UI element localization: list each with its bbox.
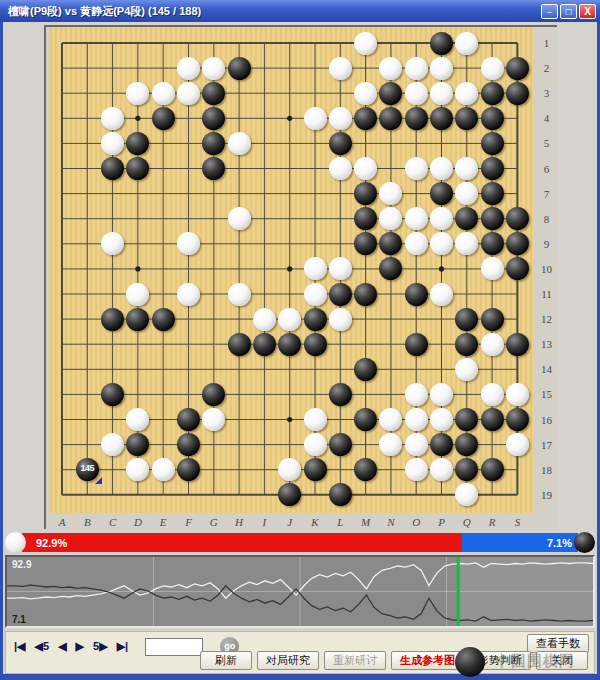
stone-black bbox=[329, 283, 352, 306]
column-label: A bbox=[54, 516, 70, 528]
graph-top-label: 92.9 bbox=[12, 559, 31, 570]
stone-black bbox=[126, 308, 149, 331]
stone-white bbox=[101, 107, 124, 130]
stone-white bbox=[405, 408, 428, 431]
maximize-button[interactable]: □ bbox=[560, 4, 577, 19]
stone-black bbox=[354, 283, 377, 306]
stone-white bbox=[481, 57, 504, 80]
stone-black bbox=[202, 82, 225, 105]
stone-white bbox=[152, 458, 175, 481]
row-label: 13 bbox=[536, 338, 557, 350]
row-label: 18 bbox=[536, 464, 557, 476]
white-stone-icon bbox=[5, 532, 26, 553]
stone-black bbox=[177, 408, 200, 431]
stone-black bbox=[481, 182, 504, 205]
column-label: O bbox=[408, 516, 424, 528]
stone-black bbox=[506, 57, 529, 80]
stone-black bbox=[481, 82, 504, 105]
stone-black bbox=[101, 308, 124, 331]
minimize-button[interactable]: － bbox=[541, 4, 558, 19]
stone-black bbox=[506, 408, 529, 431]
column-label: E bbox=[155, 516, 171, 528]
row-label: 15 bbox=[536, 388, 557, 400]
column-label: Q bbox=[459, 516, 475, 528]
stone-black bbox=[329, 132, 352, 155]
stone-white bbox=[481, 257, 504, 280]
graph-bottom-label: 7.1 bbox=[12, 614, 26, 625]
stone-white bbox=[405, 383, 428, 406]
stone-black: 145 bbox=[76, 458, 99, 481]
stone-white bbox=[304, 257, 327, 280]
column-label: F bbox=[181, 516, 197, 528]
stone-white bbox=[177, 57, 200, 80]
board-panel: 145 ABCDEFGHIJKLMNOPQRS 1234567891011121… bbox=[44, 25, 557, 529]
stone-white bbox=[329, 157, 352, 180]
stone-black bbox=[430, 182, 453, 205]
stone-white bbox=[481, 333, 504, 356]
winrate-graph[interactable]: 92.9 7.1 bbox=[5, 555, 595, 628]
stone-white bbox=[177, 82, 200, 105]
game-research-button[interactable]: 对局研究 bbox=[257, 651, 319, 670]
stone-white bbox=[430, 57, 453, 80]
stone-white bbox=[304, 107, 327, 130]
stone-black bbox=[329, 433, 352, 456]
stone-black bbox=[101, 383, 124, 406]
black-stone-icon bbox=[574, 532, 595, 553]
row-label: 16 bbox=[536, 414, 557, 426]
stone-black bbox=[101, 157, 124, 180]
stone-black bbox=[177, 433, 200, 456]
stone-black bbox=[481, 308, 504, 331]
refresh-button[interactable]: 刷新 bbox=[200, 651, 252, 670]
stone-white bbox=[506, 433, 529, 456]
stone-white bbox=[354, 82, 377, 105]
stone-white bbox=[481, 383, 504, 406]
black-winrate-label: 7.1% bbox=[547, 537, 572, 549]
stone-white bbox=[202, 57, 225, 80]
stone-white bbox=[506, 383, 529, 406]
stone-black bbox=[481, 107, 504, 130]
row-label: 3 bbox=[536, 87, 557, 99]
stone-black bbox=[430, 32, 453, 55]
stone-white bbox=[126, 82, 149, 105]
stone-black bbox=[481, 458, 504, 481]
stone-white bbox=[228, 207, 251, 230]
stone-black bbox=[481, 132, 504, 155]
stone-black bbox=[152, 107, 175, 130]
move-number-label: 145 bbox=[76, 463, 99, 473]
stone-black bbox=[506, 207, 529, 230]
column-label: L bbox=[332, 516, 348, 528]
stone-white bbox=[430, 408, 453, 431]
stone-white bbox=[455, 82, 478, 105]
stone-white bbox=[101, 132, 124, 155]
column-label: M bbox=[358, 516, 374, 528]
watermark-text: 中国围棋网 bbox=[495, 652, 575, 671]
stone-black bbox=[481, 157, 504, 180]
stone-white bbox=[354, 32, 377, 55]
stone-white bbox=[253, 308, 276, 331]
stone-black bbox=[506, 333, 529, 356]
stone-black bbox=[354, 358, 377, 381]
stone-black bbox=[405, 107, 428, 130]
stone-black bbox=[430, 433, 453, 456]
stone-black bbox=[304, 333, 327, 356]
column-label: J bbox=[282, 516, 298, 528]
stone-white bbox=[405, 232, 428, 255]
app-window: 檀啸(P9段) vs 黄静远(P4段) (145 / 188) － □ X 14… bbox=[0, 0, 600, 680]
white-winrate-label: 92.9% bbox=[36, 537, 67, 549]
stone-white bbox=[304, 408, 327, 431]
stone-black bbox=[278, 333, 301, 356]
stone-black bbox=[481, 207, 504, 230]
stone-black bbox=[152, 308, 175, 331]
stone-white bbox=[405, 207, 428, 230]
stone-black bbox=[430, 107, 453, 130]
stone-black bbox=[455, 308, 478, 331]
stone-white bbox=[405, 57, 428, 80]
row-label: 9 bbox=[536, 238, 557, 250]
stone-white bbox=[405, 157, 428, 180]
column-label: B bbox=[79, 516, 95, 528]
stone-black bbox=[228, 333, 251, 356]
re-research-button[interactable]: 重新研讨 bbox=[324, 651, 386, 670]
column-label: C bbox=[105, 516, 121, 528]
row-label: 14 bbox=[536, 363, 557, 375]
column-label: H bbox=[231, 516, 247, 528]
row-label: 12 bbox=[536, 313, 557, 325]
row-label: 19 bbox=[536, 489, 557, 501]
column-label: I bbox=[256, 516, 272, 528]
stone-black bbox=[506, 82, 529, 105]
stone-black bbox=[481, 232, 504, 255]
row-label: 10 bbox=[536, 263, 557, 275]
row-label: 2 bbox=[536, 62, 557, 74]
stone-white bbox=[329, 107, 352, 130]
stone-black bbox=[304, 458, 327, 481]
generate-reference-button[interactable]: 生成参考图 bbox=[391, 651, 464, 670]
stone-black bbox=[329, 483, 352, 506]
stone-black bbox=[405, 283, 428, 306]
stone-white bbox=[405, 82, 428, 105]
row-label: 5 bbox=[536, 137, 557, 149]
window-title: 檀啸(P9段) vs 黄静远(P4段) (145 / 188) bbox=[4, 4, 541, 19]
winrate-bar: 92.9% 7.1% bbox=[5, 532, 595, 553]
stone-white bbox=[329, 57, 352, 80]
title-bar: 檀啸(P9段) vs 黄静远(P4段) (145 / 188) － □ X bbox=[0, 0, 600, 22]
stone-black bbox=[405, 333, 428, 356]
stone-white bbox=[228, 132, 251, 155]
stone-white bbox=[152, 82, 175, 105]
row-label: 6 bbox=[536, 163, 557, 175]
stone-white bbox=[126, 283, 149, 306]
column-label: P bbox=[434, 516, 450, 528]
last-move-marker bbox=[95, 477, 102, 484]
stone-white bbox=[379, 57, 402, 80]
stone-black bbox=[228, 57, 251, 80]
stone-white bbox=[177, 283, 200, 306]
stone-white bbox=[304, 283, 327, 306]
column-labels: ABCDEFGHIJKLMNOPQRS bbox=[50, 515, 534, 531]
white-winrate-segment: 92.9% bbox=[22, 533, 462, 552]
stone-white bbox=[405, 433, 428, 456]
column-label: K bbox=[307, 516, 323, 528]
row-labels: 12345678910111213141516171819 bbox=[536, 27, 557, 513]
stone-black bbox=[202, 107, 225, 130]
stone-white bbox=[430, 283, 453, 306]
watermark-stone-icon bbox=[455, 647, 485, 677]
window-content: 145 ABCDEFGHIJKLMNOPQRS 1234567891011121… bbox=[3, 22, 597, 674]
stone-black bbox=[481, 408, 504, 431]
column-label: R bbox=[484, 516, 500, 528]
stone-black bbox=[455, 107, 478, 130]
stone-white bbox=[430, 383, 453, 406]
column-label: D bbox=[130, 516, 146, 528]
stone-black bbox=[455, 333, 478, 356]
row-label: 1 bbox=[536, 37, 557, 49]
stone-black bbox=[329, 383, 352, 406]
stone-white bbox=[455, 358, 478, 381]
row-label: 17 bbox=[536, 439, 557, 451]
stone-black bbox=[253, 333, 276, 356]
stone-black bbox=[379, 82, 402, 105]
stone-black bbox=[354, 408, 377, 431]
stone-black bbox=[354, 107, 377, 130]
close-button[interactable]: X bbox=[579, 4, 596, 19]
column-label: N bbox=[383, 516, 399, 528]
stone-white bbox=[430, 157, 453, 180]
stone-white bbox=[329, 308, 352, 331]
column-label: S bbox=[509, 516, 525, 528]
stone-white bbox=[228, 283, 251, 306]
stone-white bbox=[278, 308, 301, 331]
stone-white bbox=[455, 32, 478, 55]
black-winrate-segment: 7.1% bbox=[462, 533, 578, 552]
stone-white bbox=[430, 82, 453, 105]
stone-white bbox=[405, 458, 428, 481]
go-board[interactable]: 145 bbox=[50, 27, 534, 513]
stone-white bbox=[304, 433, 327, 456]
row-label: 4 bbox=[536, 112, 557, 124]
stone-white bbox=[354, 157, 377, 180]
row-label: 7 bbox=[536, 188, 557, 200]
column-label: G bbox=[206, 516, 222, 528]
stone-black bbox=[304, 308, 327, 331]
row-label: 11 bbox=[536, 288, 557, 300]
row-label: 8 bbox=[536, 213, 557, 225]
